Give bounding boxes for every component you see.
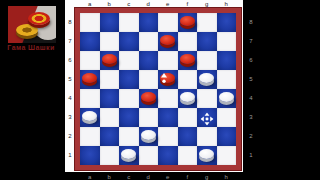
rank-label-left-5: 5 <box>65 70 75 89</box>
move-target-arrows-icon <box>200 111 213 124</box>
rank-label-right-6: 6 <box>246 51 256 70</box>
rank-label-right-7: 7 <box>246 32 256 51</box>
square-b1[interactable] <box>100 146 120 165</box>
square-b7[interactable] <box>100 32 120 51</box>
file-label-top-f: f <box>178 0 198 8</box>
white-piece-f4[interactable] <box>180 92 195 102</box>
square-a2[interactable] <box>80 127 100 146</box>
file-label-top-a: a <box>80 0 100 8</box>
square-f1[interactable] <box>178 146 198 165</box>
rank-label-left-2: 2 <box>65 127 75 146</box>
square-f8[interactable] <box>178 13 198 32</box>
square-f4[interactable] <box>178 89 198 108</box>
square-d2[interactable] <box>139 127 159 146</box>
square-a3[interactable] <box>80 108 100 127</box>
square-b4[interactable] <box>100 89 120 108</box>
square-g2[interactable] <box>197 127 217 146</box>
square-h4[interactable] <box>217 89 237 108</box>
square-c8[interactable] <box>119 13 139 32</box>
square-a7[interactable] <box>80 32 100 51</box>
square-g4[interactable] <box>197 89 217 108</box>
rank-label-left-7: 7 <box>65 32 75 51</box>
file-label-top-h: h <box>217 0 237 8</box>
square-h2[interactable] <box>217 127 237 146</box>
rank-label-right-3: 3 <box>246 108 256 127</box>
square-e3[interactable] <box>158 108 178 127</box>
square-c5[interactable] <box>119 70 139 89</box>
square-h1[interactable] <box>217 146 237 165</box>
rank-label-right-4: 4 <box>246 89 256 108</box>
red-piece-e7[interactable] <box>160 35 175 45</box>
square-b3[interactable] <box>100 108 120 127</box>
rank-labels-left: 87654321 <box>65 13 75 165</box>
rank-label-left-4: 4 <box>65 89 75 108</box>
file-label-bottom-a: a <box>80 173 100 180</box>
file-label-top-b: b <box>100 0 120 8</box>
file-label-top-g: g <box>197 0 217 8</box>
red-piece-d4[interactable] <box>141 92 156 102</box>
square-d4[interactable] <box>139 89 159 108</box>
rank-label-right-8: 8 <box>246 13 256 32</box>
square-g3[interactable] <box>197 108 217 127</box>
square-g6[interactable] <box>197 51 217 70</box>
file-labels-top: abcdefgh <box>80 0 236 8</box>
square-a5[interactable] <box>80 70 100 89</box>
square-c4[interactable] <box>119 89 139 108</box>
board: abcdefgh 87654321 87654321 abcdefgh <box>65 0 257 180</box>
rank-label-right-2: 2 <box>246 127 256 146</box>
square-g8[interactable] <box>197 13 217 32</box>
square-a6[interactable] <box>80 51 100 70</box>
file-label-top-e: e <box>158 0 178 8</box>
square-d8[interactable] <box>139 13 159 32</box>
square-f2[interactable] <box>178 127 198 146</box>
white-piece-a3[interactable] <box>82 111 97 121</box>
rank-label-right-5: 5 <box>246 70 256 89</box>
file-label-bottom-e: e <box>158 173 178 180</box>
square-c1[interactable] <box>119 146 139 165</box>
square-d3[interactable] <box>139 108 159 127</box>
square-d1[interactable] <box>139 146 159 165</box>
board-panel: abcdefgh 87654321 <box>65 0 243 172</box>
rank-labels-right: 87654321 <box>246 13 256 165</box>
square-g1[interactable] <box>197 146 217 165</box>
file-labels-bottom: abcdefgh <box>80 173 236 180</box>
rank-label-left-6: 6 <box>65 51 75 70</box>
white-piece-h4[interactable] <box>219 92 234 102</box>
square-h5[interactable] <box>217 70 237 89</box>
square-h8[interactable] <box>217 13 237 32</box>
square-h6[interactable] <box>217 51 237 70</box>
file-label-bottom-f: f <box>178 173 198 180</box>
square-h3[interactable] <box>217 108 237 127</box>
rank-label-right-1: 1 <box>246 146 256 165</box>
rank-label-left-8: 8 <box>65 13 75 32</box>
red-piece-f6[interactable] <box>180 54 195 64</box>
square-c2[interactable] <box>119 127 139 146</box>
square-a1[interactable] <box>80 146 100 165</box>
file-label-bottom-c: c <box>119 173 139 180</box>
square-g5[interactable] <box>197 70 217 89</box>
red-piece-f8[interactable] <box>180 16 195 26</box>
square-b2[interactable] <box>100 127 120 146</box>
squares-grid <box>75 8 241 170</box>
white-piece-c1[interactable] <box>121 149 136 159</box>
square-e7[interactable] <box>158 32 178 51</box>
square-d5[interactable] <box>139 70 159 89</box>
file-label-bottom-b: b <box>100 173 120 180</box>
file-label-bottom-d: d <box>139 173 159 180</box>
white-piece-g1[interactable] <box>199 149 214 159</box>
square-e8[interactable] <box>158 13 178 32</box>
square-h7[interactable] <box>217 32 237 51</box>
square-e6[interactable] <box>158 51 178 70</box>
square-f3[interactable] <box>178 108 198 127</box>
square-f7[interactable] <box>178 32 198 51</box>
screen: { "game": "checkers (draughts), 8x8 boar… <box>0 0 320 180</box>
logo-gold-checker-icon <box>16 24 38 36</box>
square-e1[interactable] <box>158 146 178 165</box>
square-e2[interactable] <box>158 127 178 146</box>
square-e4[interactable] <box>158 89 178 108</box>
red-piece-a5[interactable] <box>82 73 97 83</box>
app-logo <box>8 6 56 43</box>
file-label-top-c: c <box>119 0 139 8</box>
square-e5[interactable] <box>158 70 178 89</box>
file-label-bottom-g: g <box>197 173 217 180</box>
white-piece-d2[interactable] <box>141 130 156 140</box>
square-c7[interactable] <box>119 32 139 51</box>
square-b5[interactable] <box>100 70 120 89</box>
white-piece-g5[interactable] <box>199 73 214 83</box>
square-a4[interactable] <box>80 89 100 108</box>
square-c6[interactable] <box>119 51 139 70</box>
file-label-top-d: d <box>139 0 159 8</box>
rank-label-left-1: 1 <box>65 146 75 165</box>
square-a8[interactable] <box>80 13 100 32</box>
rank-label-left-3: 3 <box>65 108 75 127</box>
logo-red-checker-icon <box>28 12 50 25</box>
red-piece-e5[interactable] <box>160 73 175 83</box>
square-d7[interactable] <box>139 32 159 51</box>
square-d6[interactable] <box>139 51 159 70</box>
square-c3[interactable] <box>119 108 139 127</box>
square-f5[interactable] <box>178 70 198 89</box>
square-b6[interactable] <box>100 51 120 70</box>
square-f6[interactable] <box>178 51 198 70</box>
red-piece-b6[interactable] <box>102 54 117 64</box>
logo-title: Гама Шашки <box>1 44 61 51</box>
file-label-bottom-h: h <box>217 173 237 180</box>
square-b8[interactable] <box>100 13 120 32</box>
square-g7[interactable] <box>197 32 217 51</box>
